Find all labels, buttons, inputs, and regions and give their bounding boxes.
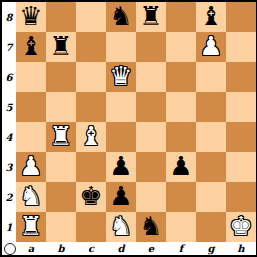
square-d3[interactable]: ♟: [106, 152, 136, 182]
square-g8[interactable]: ♝: [196, 2, 226, 32]
square-a3[interactable]: ♟: [16, 152, 46, 182]
chess-board: ♛♞♜♝♝♜♟♛♜♝♟♟♟♞♚♟♜♞♞♚: [16, 2, 256, 242]
square-f6[interactable]: [166, 62, 196, 92]
piece-white-rook[interactable]: ♜: [46, 122, 76, 152]
rank-label-4: 4: [2, 122, 16, 152]
rank-label-7: 7: [2, 32, 16, 62]
square-e2[interactable]: [136, 182, 166, 212]
square-d5[interactable]: [106, 92, 136, 122]
square-e8[interactable]: ♜: [136, 2, 166, 32]
rank-label-8: 8: [2, 2, 16, 32]
square-b2[interactable]: [46, 182, 76, 212]
file-label-g: g: [196, 242, 226, 255]
file-label-h: h: [226, 242, 256, 255]
square-c8[interactable]: [76, 2, 106, 32]
rank-label-6: 6: [2, 62, 16, 92]
file-label-a: a: [16, 242, 46, 255]
square-b4[interactable]: ♜: [46, 122, 76, 152]
square-e6[interactable]: [136, 62, 166, 92]
square-c1[interactable]: [76, 212, 106, 242]
rank-label-1: 1: [2, 212, 16, 242]
piece-white-bishop[interactable]: ♝: [76, 122, 106, 152]
square-g4[interactable]: [196, 122, 226, 152]
piece-black-knight[interactable]: ♞: [106, 2, 136, 32]
piece-black-bishop[interactable]: ♝: [16, 32, 46, 62]
square-b7[interactable]: ♜: [46, 32, 76, 62]
piece-black-rook[interactable]: ♜: [46, 32, 76, 62]
square-e5[interactable]: [136, 92, 166, 122]
square-c2[interactable]: ♚: [76, 182, 106, 212]
square-h8[interactable]: [226, 2, 256, 32]
square-b3[interactable]: [46, 152, 76, 182]
square-f7[interactable]: [166, 32, 196, 62]
bottom-margin: abcdefgh: [2, 242, 256, 255]
piece-black-knight[interactable]: ♞: [136, 212, 166, 242]
square-g2[interactable]: [196, 182, 226, 212]
piece-white-rook[interactable]: ♜: [16, 212, 46, 242]
square-c7[interactable]: [76, 32, 106, 62]
rank-labels-column: 87654321: [2, 2, 16, 242]
square-g7[interactable]: ♟: [196, 32, 226, 62]
piece-black-rook[interactable]: ♜: [136, 2, 166, 32]
square-f2[interactable]: [166, 182, 196, 212]
square-h4[interactable]: [226, 122, 256, 152]
square-h2[interactable]: [226, 182, 256, 212]
square-b1[interactable]: [46, 212, 76, 242]
square-h6[interactable]: [226, 62, 256, 92]
piece-white-pawn[interactable]: ♟: [196, 32, 226, 62]
file-label-b: b: [46, 242, 76, 255]
piece-white-knight[interactable]: ♞: [16, 182, 46, 212]
square-a4[interactable]: [16, 122, 46, 152]
piece-black-pawn[interactable]: ♟: [166, 152, 196, 182]
square-e4[interactable]: [136, 122, 166, 152]
piece-white-queen[interactable]: ♛: [106, 62, 136, 92]
square-h7[interactable]: [226, 32, 256, 62]
square-h3[interactable]: [226, 152, 256, 182]
square-a8[interactable]: ♛: [16, 2, 46, 32]
piece-black-pawn[interactable]: ♟: [106, 182, 136, 212]
square-g3[interactable]: [196, 152, 226, 182]
square-e1[interactable]: ♞: [136, 212, 166, 242]
rank-label-3: 3: [2, 152, 16, 182]
square-b8[interactable]: [46, 2, 76, 32]
square-a6[interactable]: [16, 62, 46, 92]
square-d1[interactable]: ♞: [106, 212, 136, 242]
rank-label-2: 2: [2, 182, 16, 212]
piece-black-king[interactable]: ♚: [76, 182, 106, 212]
square-h5[interactable]: [226, 92, 256, 122]
file-label-f: f: [166, 242, 196, 255]
rank-label-5: 5: [2, 92, 16, 122]
square-g1[interactable]: [196, 212, 226, 242]
square-e7[interactable]: [136, 32, 166, 62]
square-a2[interactable]: ♞: [16, 182, 46, 212]
square-c5[interactable]: [76, 92, 106, 122]
square-b6[interactable]: [46, 62, 76, 92]
square-d2[interactable]: ♟: [106, 182, 136, 212]
piece-black-bishop[interactable]: ♝: [196, 2, 226, 32]
piece-black-pawn[interactable]: ♟: [106, 152, 136, 182]
square-d7[interactable]: [106, 32, 136, 62]
square-a1[interactable]: ♜: [16, 212, 46, 242]
square-a5[interactable]: [16, 92, 46, 122]
piece-white-pawn[interactable]: ♟: [16, 152, 46, 182]
square-a7[interactable]: ♝: [16, 32, 46, 62]
file-label-c: c: [76, 242, 106, 255]
piece-white-knight[interactable]: ♞: [106, 212, 136, 242]
square-c3[interactable]: [76, 152, 106, 182]
piece-black-queen[interactable]: ♛: [16, 2, 46, 32]
piece-white-king[interactable]: ♚: [226, 212, 256, 242]
square-b5[interactable]: [46, 92, 76, 122]
file-label-d: d: [106, 242, 136, 255]
square-f5[interactable]: [166, 92, 196, 122]
square-c6[interactable]: [76, 62, 106, 92]
square-f1[interactable]: [166, 212, 196, 242]
square-d4[interactable]: [106, 122, 136, 152]
square-f8[interactable]: [166, 2, 196, 32]
square-g5[interactable]: [196, 92, 226, 122]
square-d6[interactable]: ♛: [106, 62, 136, 92]
square-c4[interactable]: ♝: [76, 122, 106, 152]
square-g6[interactable]: [196, 62, 226, 92]
chess-diagram: 87654321 ♛♞♜♝♝♜♟♛♜♝♟♟♟♞♚♟♜♞♞♚ abcdefgh: [0, 0, 257, 257]
square-f4[interactable]: [166, 122, 196, 152]
file-label-e: e: [136, 242, 166, 255]
side-to-move-indicator: [4, 243, 16, 255]
square-e3[interactable]: [136, 152, 166, 182]
square-d8[interactable]: ♞: [106, 2, 136, 32]
square-f3[interactable]: ♟: [166, 152, 196, 182]
square-h1[interactable]: ♚: [226, 212, 256, 242]
